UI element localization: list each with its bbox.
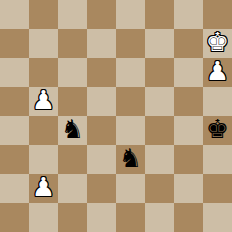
square-c3[interactable] xyxy=(58,145,87,174)
square-a4[interactable] xyxy=(0,116,29,145)
square-c8[interactable] xyxy=(58,0,87,29)
square-g4[interactable] xyxy=(174,116,203,145)
white-king-icon[interactable]: ♚ xyxy=(206,29,229,57)
square-e2[interactable] xyxy=(116,174,145,203)
black-knight-icon[interactable]: ♞ xyxy=(119,145,142,173)
square-b4[interactable] xyxy=(29,116,58,145)
square-g6[interactable] xyxy=(174,58,203,87)
square-f4[interactable] xyxy=(145,116,174,145)
square-b3[interactable] xyxy=(29,145,58,174)
square-d2[interactable] xyxy=(87,174,116,203)
square-b8[interactable] xyxy=(29,0,58,29)
square-c6[interactable] xyxy=(58,58,87,87)
square-b1[interactable] xyxy=(29,203,58,232)
square-a3[interactable] xyxy=(0,145,29,174)
square-f7[interactable] xyxy=(145,29,174,58)
square-h6[interactable]: ♟ xyxy=(203,58,232,87)
square-h4[interactable]: ♚ xyxy=(203,116,232,145)
black-king-icon[interactable]: ♚ xyxy=(206,116,229,144)
square-c5[interactable] xyxy=(58,87,87,116)
square-g3[interactable] xyxy=(174,145,203,174)
black-knight-icon[interactable]: ♞ xyxy=(61,116,84,144)
square-h5[interactable] xyxy=(203,87,232,116)
square-h7[interactable]: ♚ xyxy=(203,29,232,58)
square-d1[interactable] xyxy=(87,203,116,232)
square-a2[interactable] xyxy=(0,174,29,203)
square-b2[interactable]: ♟ xyxy=(29,174,58,203)
square-a7[interactable] xyxy=(0,29,29,58)
square-c2[interactable] xyxy=(58,174,87,203)
square-h1[interactable] xyxy=(203,203,232,232)
square-f1[interactable] xyxy=(145,203,174,232)
square-f2[interactable] xyxy=(145,174,174,203)
square-d5[interactable] xyxy=(87,87,116,116)
square-d3[interactable] xyxy=(87,145,116,174)
square-e3[interactable]: ♞ xyxy=(116,145,145,174)
square-h2[interactable] xyxy=(203,174,232,203)
square-a5[interactable] xyxy=(0,87,29,116)
square-f5[interactable] xyxy=(145,87,174,116)
square-h3[interactable] xyxy=(203,145,232,174)
square-g2[interactable] xyxy=(174,174,203,203)
square-d6[interactable] xyxy=(87,58,116,87)
square-e5[interactable] xyxy=(116,87,145,116)
square-e1[interactable] xyxy=(116,203,145,232)
square-e6[interactable] xyxy=(116,58,145,87)
square-b5[interactable]: ♟ xyxy=(29,87,58,116)
square-a8[interactable] xyxy=(0,0,29,29)
square-f8[interactable] xyxy=(145,0,174,29)
square-b7[interactable] xyxy=(29,29,58,58)
square-b6[interactable] xyxy=(29,58,58,87)
square-c1[interactable] xyxy=(58,203,87,232)
square-d7[interactable] xyxy=(87,29,116,58)
square-c7[interactable] xyxy=(58,29,87,58)
white-pawn-icon[interactable]: ♟ xyxy=(32,87,55,115)
square-e7[interactable] xyxy=(116,29,145,58)
square-g8[interactable] xyxy=(174,0,203,29)
square-h8[interactable] xyxy=(203,0,232,29)
square-e4[interactable] xyxy=(116,116,145,145)
square-e8[interactable] xyxy=(116,0,145,29)
square-a6[interactable] xyxy=(0,58,29,87)
chess-board: ♚♟♟♞♚♞♟ xyxy=(0,0,232,232)
square-g5[interactable] xyxy=(174,87,203,116)
white-pawn-icon[interactable]: ♟ xyxy=(32,174,55,202)
white-pawn-icon[interactable]: ♟ xyxy=(206,58,229,86)
square-g7[interactable] xyxy=(174,29,203,58)
square-g1[interactable] xyxy=(174,203,203,232)
square-d4[interactable] xyxy=(87,116,116,145)
square-f3[interactable] xyxy=(145,145,174,174)
square-a1[interactable] xyxy=(0,203,29,232)
square-f6[interactable] xyxy=(145,58,174,87)
square-d8[interactable] xyxy=(87,0,116,29)
square-c4[interactable]: ♞ xyxy=(58,116,87,145)
